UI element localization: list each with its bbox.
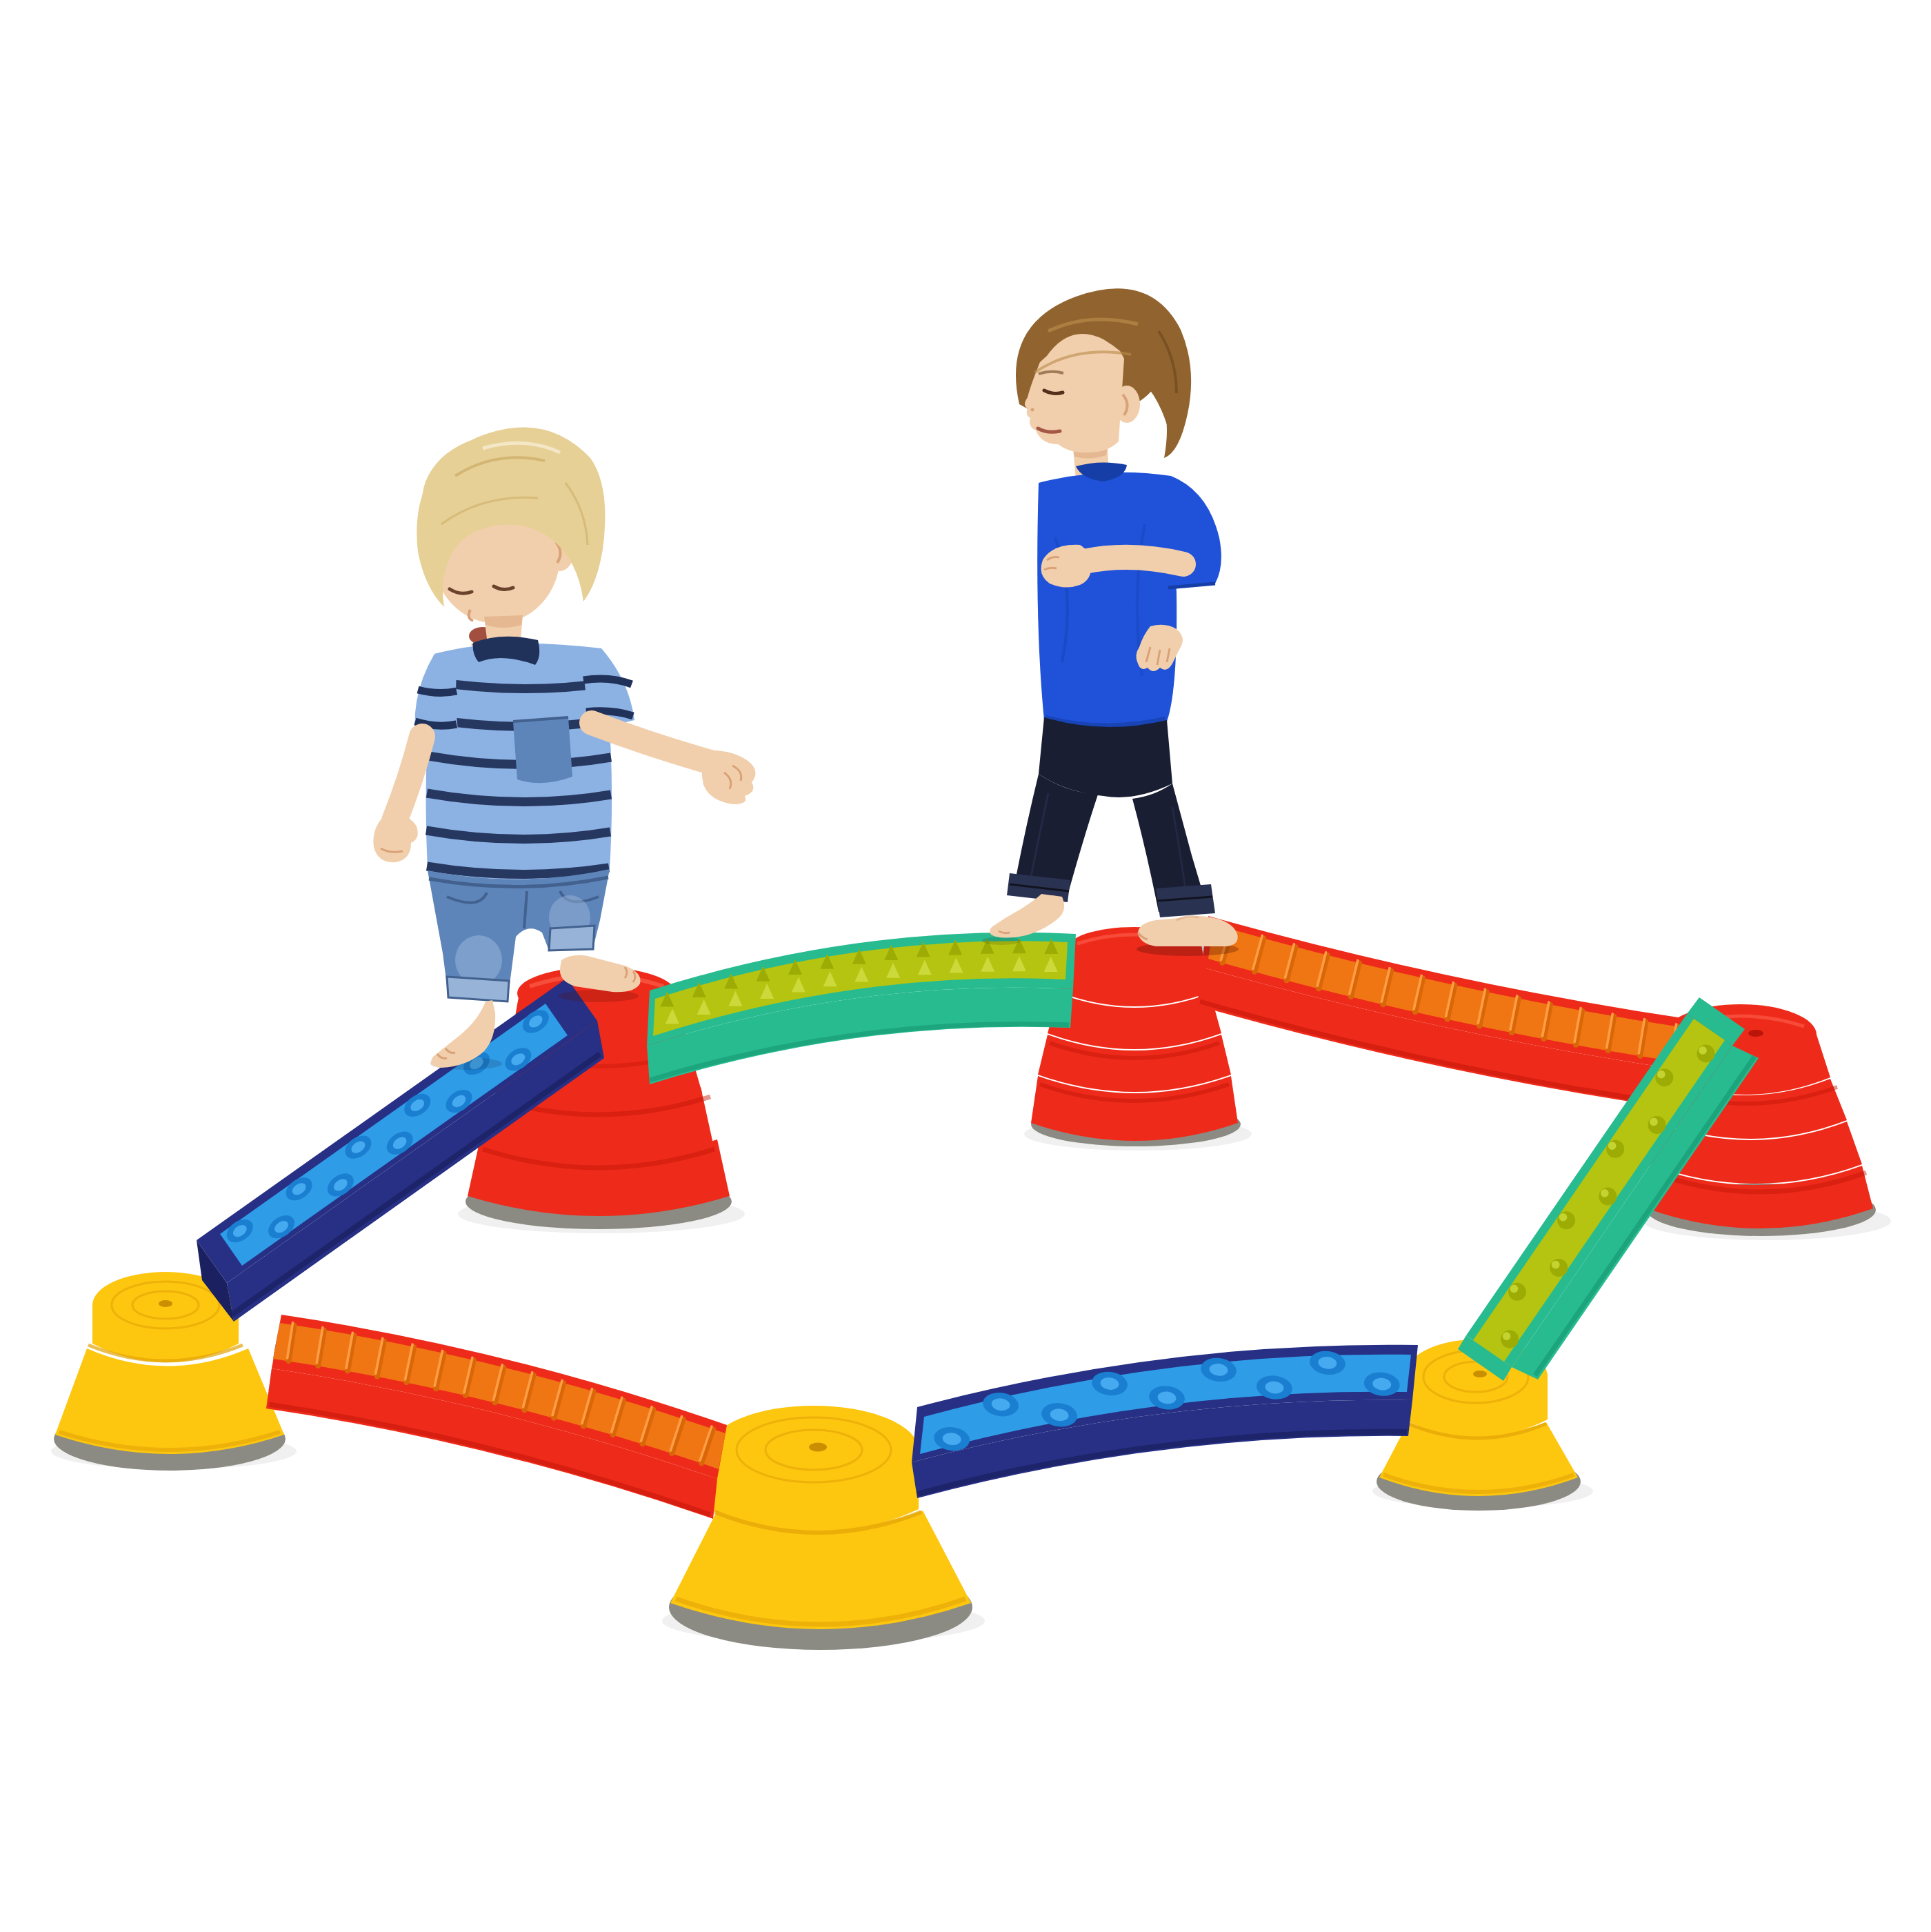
toddler-pocket <box>513 717 572 783</box>
balance-beam-lower-left-red <box>266 1315 727 1519</box>
scene-illustration <box>0 0 1931 1932</box>
toddler-foot-shadow-right <box>559 990 639 1002</box>
child-boy <box>982 288 1239 956</box>
balance-beam-bottom-blue <box>912 1345 1418 1498</box>
pod-bottom-right-hole <box>1473 1371 1487 1377</box>
cone-right-top-hole <box>1748 1030 1763 1037</box>
pod-left-hole <box>159 1300 172 1307</box>
balance-beam-top-green <box>647 933 1076 1084</box>
boy-shirt <box>1037 472 1177 730</box>
boy-forearm <box>1084 557 1183 564</box>
balance-beam-upper-right-red <box>1197 916 1701 1111</box>
pod-bottom-center-hole <box>809 1443 827 1452</box>
toddler-cuff-left <box>447 977 509 1002</box>
boy-foot-shadow-right <box>982 937 1021 945</box>
child-toddler <box>373 427 755 1070</box>
photo-stage: Two young barefoot children balance on a… <box>0 0 1931 1932</box>
toddler-arm-left <box>394 737 422 821</box>
toddler-hand-left <box>373 814 417 862</box>
toddler-cuff-right <box>549 926 594 950</box>
